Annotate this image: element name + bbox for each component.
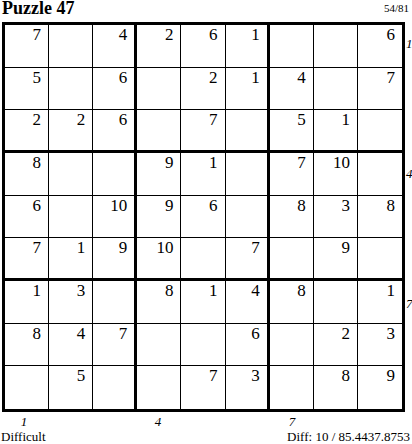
cell-r4c3[interactable] [93, 153, 137, 196]
cell-r1c5[interactable]: 6 [181, 25, 225, 68]
cell-r6c9[interactable] [358, 238, 402, 281]
cell-r7c2[interactable]: 3 [49, 281, 93, 324]
cell-r9c9[interactable]: 9 [358, 366, 402, 409]
cell-r3c5[interactable]: 7 [181, 110, 225, 153]
cell-r9c7[interactable] [270, 366, 314, 409]
cell-r5c2[interactable] [49, 196, 93, 239]
cell-r1c7[interactable] [270, 25, 314, 68]
cell-r7c6[interactable]: 4 [226, 281, 270, 324]
progress-counter: 54/81 [384, 2, 409, 14]
col-label-4: 4 [152, 414, 164, 430]
cell-r5c7[interactable]: 8 [270, 196, 314, 239]
cell-r6c6[interactable]: 7 [226, 238, 270, 281]
cell-r7c4[interactable]: 8 [137, 281, 181, 324]
cell-r8c3[interactable]: 7 [93, 324, 137, 367]
puzzle-page: Puzzle 47 54/81 742616562147226751891710… [0, 0, 412, 444]
cell-r9c5[interactable]: 7 [181, 366, 225, 409]
cell-r8c1[interactable]: 8 [5, 324, 49, 367]
cell-r3c1[interactable]: 2 [5, 110, 49, 153]
cell-r8c6[interactable]: 6 [226, 324, 270, 367]
cell-r1c6[interactable]: 1 [226, 25, 270, 68]
cell-r4c7[interactable]: 7 [270, 153, 314, 196]
cell-r7c8[interactable] [314, 281, 358, 324]
cell-r4c8[interactable]: 10 [314, 153, 358, 196]
row-label-4: 4 [406, 166, 412, 182]
cell-r7c7[interactable]: 8 [270, 281, 314, 324]
cell-r8c8[interactable]: 2 [314, 324, 358, 367]
cell-r5c9[interactable]: 8 [358, 196, 402, 239]
cell-r2c8[interactable] [314, 68, 358, 111]
cell-r9c2[interactable]: 5 [49, 366, 93, 409]
cell-r6c3[interactable]: 9 [93, 238, 137, 281]
cell-r6c1[interactable]: 7 [5, 238, 49, 281]
cell-r6c5[interactable] [181, 238, 225, 281]
cell-r4c5[interactable]: 1 [181, 153, 225, 196]
cell-r3c4[interactable] [137, 110, 181, 153]
cell-r7c5[interactable]: 1 [181, 281, 225, 324]
cell-r1c8[interactable] [314, 25, 358, 68]
cell-r8c9[interactable]: 3 [358, 324, 402, 367]
cell-r3c8[interactable]: 1 [314, 110, 358, 153]
sudoku-board: 7426165621472267518917106109683871910791… [2, 22, 405, 412]
cell-r2c7[interactable]: 4 [270, 68, 314, 111]
cell-r2c9[interactable]: 7 [358, 68, 402, 111]
cell-r4c6[interactable] [226, 153, 270, 196]
cell-r2c4[interactable] [137, 68, 181, 111]
row-label-7: 7 [406, 296, 412, 312]
cell-r8c7[interactable] [270, 324, 314, 367]
cell-r4c1[interactable]: 8 [5, 153, 49, 196]
cell-r2c1[interactable]: 5 [5, 68, 49, 111]
cell-r1c2[interactable] [49, 25, 93, 68]
cell-r8c2[interactable]: 4 [49, 324, 93, 367]
cell-r5c4[interactable]: 9 [137, 196, 181, 239]
cell-r4c4[interactable]: 9 [137, 153, 181, 196]
cell-r9c1[interactable] [5, 366, 49, 409]
cell-r1c4[interactable]: 2 [137, 25, 181, 68]
cell-r2c5[interactable]: 2 [181, 68, 225, 111]
cell-r5c8[interactable]: 3 [314, 196, 358, 239]
cell-r7c1[interactable]: 1 [5, 281, 49, 324]
cell-r5c5[interactable]: 6 [181, 196, 225, 239]
cell-r1c9[interactable]: 6 [358, 25, 402, 68]
cell-r6c2[interactable]: 1 [49, 238, 93, 281]
cell-r9c3[interactable] [93, 366, 137, 409]
cell-r7c3[interactable] [93, 281, 137, 324]
cell-r6c8[interactable]: 9 [314, 238, 358, 281]
cell-r2c6[interactable]: 1 [226, 68, 270, 111]
page-title: Puzzle 47 [2, 0, 74, 19]
cell-r3c3[interactable]: 6 [93, 110, 137, 153]
cell-r7c9[interactable]: 1 [358, 281, 402, 324]
cell-r1c1[interactable]: 7 [5, 25, 49, 68]
cell-r5c3[interactable]: 10 [93, 196, 137, 239]
cell-r3c9[interactable] [358, 110, 402, 153]
cell-r3c6[interactable] [226, 110, 270, 153]
col-label-1: 1 [18, 414, 30, 430]
cell-r6c7[interactable] [270, 238, 314, 281]
cell-r1c3[interactable]: 4 [93, 25, 137, 68]
cell-r2c2[interactable] [49, 68, 93, 111]
cell-r3c7[interactable]: 5 [270, 110, 314, 153]
cell-r9c8[interactable]: 8 [314, 366, 358, 409]
cell-r9c6[interactable]: 3 [226, 366, 270, 409]
cell-r4c2[interactable] [49, 153, 93, 196]
col-label-7: 7 [286, 414, 298, 430]
cell-r9c4[interactable] [137, 366, 181, 409]
cell-r5c6[interactable] [226, 196, 270, 239]
cell-r2c3[interactable]: 6 [93, 68, 137, 111]
cell-r5c1[interactable]: 6 [5, 196, 49, 239]
row-label-1: 1 [406, 36, 412, 52]
cell-r4c9[interactable] [358, 153, 402, 196]
difficulty-label: Difficult [1, 429, 46, 444]
cell-r8c4[interactable] [137, 324, 181, 367]
difficulty-stats: Diff: 10 / 85.4437.8753 [287, 429, 410, 444]
cell-r8c5[interactable] [181, 324, 225, 367]
cell-r6c4[interactable]: 10 [137, 238, 181, 281]
cell-r3c2[interactable]: 2 [49, 110, 93, 153]
